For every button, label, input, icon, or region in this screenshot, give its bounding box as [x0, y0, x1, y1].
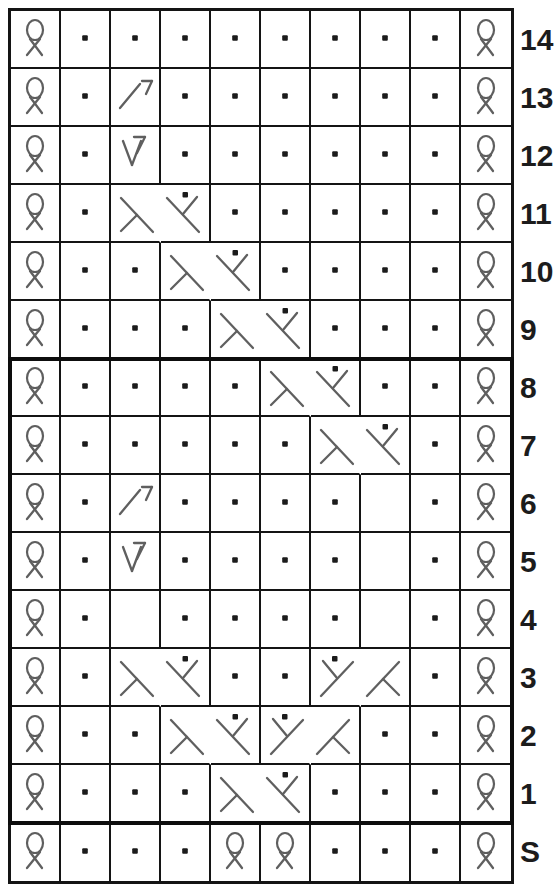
cell-row10-col6-purl-dot [261, 243, 311, 301]
cell-row12-col3-v-with-hook-increase-symbol [111, 127, 161, 185]
cell-row4-col5-purl-dot [211, 591, 261, 649]
cell-row11-col6-purl-dot [261, 185, 311, 243]
cell-row5-col2-purl-dot [61, 533, 111, 591]
row-label-10: 10 [520, 243, 553, 301]
cell-row8-col7-two-stitch-left-lean-twist-right-half-with-purl-dot [311, 359, 361, 417]
cell-rowS-col7-purl-dot [311, 823, 361, 881]
cell-row1-col10-twisted-knit-loop-symbol (k1 tbl) [461, 765, 511, 823]
cell-rowS-col10-twisted-knit-loop-symbol (k1 tbl) [461, 823, 511, 881]
cell-row4-col9-purl-dot [411, 591, 461, 649]
cell-row5-col5-purl-dot [211, 533, 261, 591]
cell-rowS-col1-twisted-knit-loop-symbol (k1 tbl) [11, 823, 61, 881]
cell-row8-col10-twisted-knit-loop-symbol (k1 tbl) [461, 359, 511, 417]
cell-row12-col7-purl-dot [311, 127, 361, 185]
cell-row9-col10-twisted-knit-loop-symbol (k1 tbl) [461, 301, 511, 359]
cell-row3-col3-two-stitch-left-lean-twist-left-half [111, 649, 161, 707]
row-label-13: 13 [520, 69, 553, 127]
cell-row12-col1-twisted-knit-loop-symbol (k1 tbl) [11, 127, 61, 185]
cell-row1-col1-twisted-knit-loop-symbol (k1 tbl) [11, 765, 61, 823]
cell-row11-col3-two-stitch-left-lean-twist-left-half [111, 185, 161, 243]
cell-row4-col3-blank-cell [111, 591, 161, 649]
cell-row13-col5-purl-dot [211, 69, 261, 127]
cell-row9-col7-purl-dot [311, 301, 361, 359]
row-label-3: 3 [520, 649, 553, 707]
cell-row13-col9-purl-dot [411, 69, 461, 127]
cell-row13-col10-twisted-knit-loop-symbol (k1 tbl) [461, 69, 511, 127]
cell-row7-col1-twisted-knit-loop-symbol (k1 tbl) [11, 417, 61, 475]
cell-row10-col7-purl-dot [311, 243, 361, 301]
cell-row7-col3-purl-dot [111, 417, 161, 475]
cell-row9-col6-two-stitch-left-lean-twist-right-half-with-purl-dot [261, 301, 311, 359]
cell-row13-col6-purl-dot [261, 69, 311, 127]
cell-row14-col4-purl-dot [161, 11, 211, 69]
cell-row9-col4-purl-dot [161, 301, 211, 359]
cell-row3-col6-purl-dot [261, 649, 311, 707]
cell-row1-col2-purl-dot [61, 765, 111, 823]
cell-row12-col6-purl-dot [261, 127, 311, 185]
cell-row4-col6-purl-dot [261, 591, 311, 649]
cell-row3-col2-purl-dot [61, 649, 111, 707]
row-label-11: 11 [520, 185, 553, 243]
cell-row7-col9-purl-dot [411, 417, 461, 475]
cell-row5-col6-purl-dot [261, 533, 311, 591]
cell-row8-col1-twisted-knit-loop-symbol (k1 tbl) [11, 359, 61, 417]
cell-row14-col7-purl-dot [311, 11, 361, 69]
cell-row8-col5-purl-dot [211, 359, 261, 417]
cell-row7-col7-two-stitch-left-lean-twist-left-half [311, 417, 361, 475]
cell-row13-col2-purl-dot [61, 69, 111, 127]
cell-row14-col10-twisted-knit-loop-symbol (k1 tbl) [461, 11, 511, 69]
cell-row3-col8-two-stitch-right-lean-twist-right-half [361, 649, 411, 707]
cell-row11-col5-purl-dot [211, 185, 261, 243]
row-labels-column: 1413121110987654321S [520, 8, 553, 881]
cell-row11-col9-purl-dot [411, 185, 461, 243]
cell-row8-col9-purl-dot [411, 359, 461, 417]
cell-row11-col10-twisted-knit-loop-symbol (k1 tbl) [461, 185, 511, 243]
cell-row4-col1-twisted-knit-loop-symbol (k1 tbl) [11, 591, 61, 649]
cell-row1-col5-two-stitch-left-lean-twist-left-half [211, 765, 261, 823]
cell-rowS-col4-purl-dot [161, 823, 211, 881]
cell-row2-col7-two-stitch-right-lean-twist-right-half [311, 707, 361, 765]
cell-row12-col8-purl-dot [361, 127, 411, 185]
row-label-12: 12 [520, 127, 553, 185]
cell-row6-col5-purl-dot [211, 475, 261, 533]
chart-board-wrap [8, 8, 514, 884]
cell-row13-col4-purl-dot [161, 69, 211, 127]
cell-row10-col9-purl-dot [411, 243, 461, 301]
cell-row9-col1-twisted-knit-loop-symbol (k1 tbl) [11, 301, 61, 359]
cell-row13-col7-purl-dot [311, 69, 361, 127]
cell-row4-col10-twisted-knit-loop-symbol (k1 tbl) [461, 591, 511, 649]
cell-row3-col7-two-stitch-right-lean-twist-left-half-with-purl-dot [311, 649, 361, 707]
cell-row2-col1-twisted-knit-loop-symbol (k1 tbl) [11, 707, 61, 765]
cell-row14-col3-purl-dot [111, 11, 161, 69]
cell-row4-col2-purl-dot [61, 591, 111, 649]
cell-row8-col6-two-stitch-left-lean-twist-left-half [261, 359, 311, 417]
cell-row10-col10-twisted-knit-loop-symbol (k1 tbl) [461, 243, 511, 301]
cell-row1-col3-purl-dot [111, 765, 161, 823]
cell-row2-col10-twisted-knit-loop-symbol (k1 tbl) [461, 707, 511, 765]
row-label-7: 7 [520, 417, 553, 475]
row-label-14: 14 [520, 11, 553, 69]
row-label-4: 4 [520, 591, 553, 649]
cell-row9-col5-two-stitch-left-lean-twist-left-half [211, 301, 261, 359]
cell-row6-col2-purl-dot [61, 475, 111, 533]
cell-row8-col2-purl-dot [61, 359, 111, 417]
cell-row11-col7-purl-dot [311, 185, 361, 243]
cell-row5-col10-twisted-knit-loop-symbol (k1 tbl) [461, 533, 511, 591]
cell-row4-col7-purl-dot [311, 591, 361, 649]
cell-row1-col7-purl-dot [311, 765, 361, 823]
cell-row2-col2-purl-dot [61, 707, 111, 765]
cell-row3-col9-purl-dot [411, 649, 461, 707]
cell-rowS-col6-twisted-knit-loop-symbol (k1 tbl) [261, 823, 311, 881]
cell-row13-col1-twisted-knit-loop-symbol (k1 tbl) [11, 69, 61, 127]
cell-row6-col1-twisted-knit-loop-symbol (k1 tbl) [11, 475, 61, 533]
cell-rowS-col2-purl-dot [61, 823, 111, 881]
cell-row5-col9-purl-dot [411, 533, 461, 591]
cell-row7-col10-twisted-knit-loop-symbol (k1 tbl) [461, 417, 511, 475]
cell-row11-col8-purl-dot [361, 185, 411, 243]
cell-row8-col3-purl-dot [111, 359, 161, 417]
knitting-chart: 1413121110987654321S [0, 0, 558, 884]
cell-row10-col5-two-stitch-left-lean-twist-right-half-with-purl-dot [211, 243, 261, 301]
cell-row2-col5-two-stitch-left-lean-twist-right-half-with-purl-dot [211, 707, 261, 765]
cell-row9-col2-purl-dot [61, 301, 111, 359]
cell-row1-col4-purl-dot [161, 765, 211, 823]
cell-row14-col1-twisted-knit-loop-symbol (k1 tbl) [11, 11, 61, 69]
cell-row1-col8-purl-dot [361, 765, 411, 823]
cell-row10-col1-twisted-knit-loop-symbol (k1 tbl) [11, 243, 61, 301]
cell-row2-col3-purl-dot [111, 707, 161, 765]
cell-row4-col4-purl-dot [161, 591, 211, 649]
cell-row10-col2-purl-dot [61, 243, 111, 301]
cell-row3-col5-purl-dot [211, 649, 261, 707]
cell-rowS-col8-purl-dot [361, 823, 411, 881]
cell-row12-col4-purl-dot [161, 127, 211, 185]
cell-rowS-col9-purl-dot [411, 823, 461, 881]
cell-row14-col9-purl-dot [411, 11, 461, 69]
cell-row2-col9-purl-dot [411, 707, 461, 765]
cell-rowS-col5-twisted-knit-loop-symbol (k1 tbl) [211, 823, 261, 881]
cell-row14-col8-purl-dot [361, 11, 411, 69]
cell-row5-col1-twisted-knit-loop-symbol (k1 tbl) [11, 533, 61, 591]
cell-row10-col4-two-stitch-left-lean-twist-left-half [161, 243, 211, 301]
cell-row2-col8-purl-dot [361, 707, 411, 765]
cell-row6-col7-purl-dot [311, 475, 361, 533]
cell-row5-col4-purl-dot [161, 533, 211, 591]
cell-row6-col6-purl-dot [261, 475, 311, 533]
cell-row8-col8-purl-dot [361, 359, 411, 417]
cell-row11-col2-purl-dot [61, 185, 111, 243]
cell-row5-col7-purl-dot [311, 533, 361, 591]
row-label-6: 6 [520, 475, 553, 533]
cell-row6-col4-purl-dot [161, 475, 211, 533]
cell-row2-col4-two-stitch-left-lean-twist-left-half [161, 707, 211, 765]
cell-row12-col5-purl-dot [211, 127, 261, 185]
cell-row7-col8-two-stitch-left-lean-twist-right-half-with-purl-dot [361, 417, 411, 475]
cell-row14-col5-purl-dot [211, 11, 261, 69]
row-label-9: 9 [520, 301, 553, 359]
cell-row3-col1-twisted-knit-loop-symbol (k1 tbl) [11, 649, 61, 707]
row-label-1: 1 [520, 765, 553, 823]
cell-row5-col8-blank-cell [361, 533, 411, 591]
row-label-5: 5 [520, 533, 553, 591]
cell-row11-col4-two-stitch-left-lean-twist-right-half-with-purl-dot [161, 185, 211, 243]
cell-row9-col9-purl-dot [411, 301, 461, 359]
cell-row7-col6-purl-dot [261, 417, 311, 475]
cell-row6-col9-purl-dot [411, 475, 461, 533]
cell-row3-col10-twisted-knit-loop-symbol (k1 tbl) [461, 649, 511, 707]
cell-row11-col1-twisted-knit-loop-symbol (k1 tbl) [11, 185, 61, 243]
cell-rowS-col3-purl-dot [111, 823, 161, 881]
row-label-S: S [520, 823, 553, 881]
cell-row3-col4-two-stitch-left-lean-twist-right-half-with-purl-dot [161, 649, 211, 707]
cell-row7-col2-purl-dot [61, 417, 111, 475]
cell-row12-col2-purl-dot [61, 127, 111, 185]
cell-row13-col8-purl-dot [361, 69, 411, 127]
row-label-8: 8 [520, 359, 553, 417]
cell-row8-col4-purl-dot [161, 359, 211, 417]
cell-row4-col8-blank-cell [361, 591, 411, 649]
row-label-2: 2 [520, 707, 553, 765]
cell-row9-col3-purl-dot [111, 301, 161, 359]
cell-row9-col8-purl-dot [361, 301, 411, 359]
cell-row10-col8-purl-dot [361, 243, 411, 301]
cell-row1-col9-purl-dot [411, 765, 461, 823]
cell-row14-col2-purl-dot [61, 11, 111, 69]
cell-row2-col6-two-stitch-right-lean-twist-left-half-with-purl-dot [261, 707, 311, 765]
cell-row6-col8-blank-cell [361, 475, 411, 533]
cell-row7-col5-purl-dot [211, 417, 261, 475]
cell-row10-col3-purl-dot [111, 243, 161, 301]
cell-row7-col4-purl-dot [161, 417, 211, 475]
cell-row14-col6-purl-dot [261, 11, 311, 69]
chart-grid [8, 8, 514, 884]
cell-row1-col6-two-stitch-left-lean-twist-right-half-with-purl-dot [261, 765, 311, 823]
cell-row13-col3-slash-with-hook-increase-symbol [111, 69, 161, 127]
cell-row6-col3-slash-with-hook-increase-symbol [111, 475, 161, 533]
cell-row12-col9-purl-dot [411, 127, 461, 185]
cell-row6-col10-twisted-knit-loop-symbol (k1 tbl) [461, 475, 511, 533]
cell-row12-col10-twisted-knit-loop-symbol (k1 tbl) [461, 127, 511, 185]
cell-row5-col3-v-with-hook-increase-symbol [111, 533, 161, 591]
